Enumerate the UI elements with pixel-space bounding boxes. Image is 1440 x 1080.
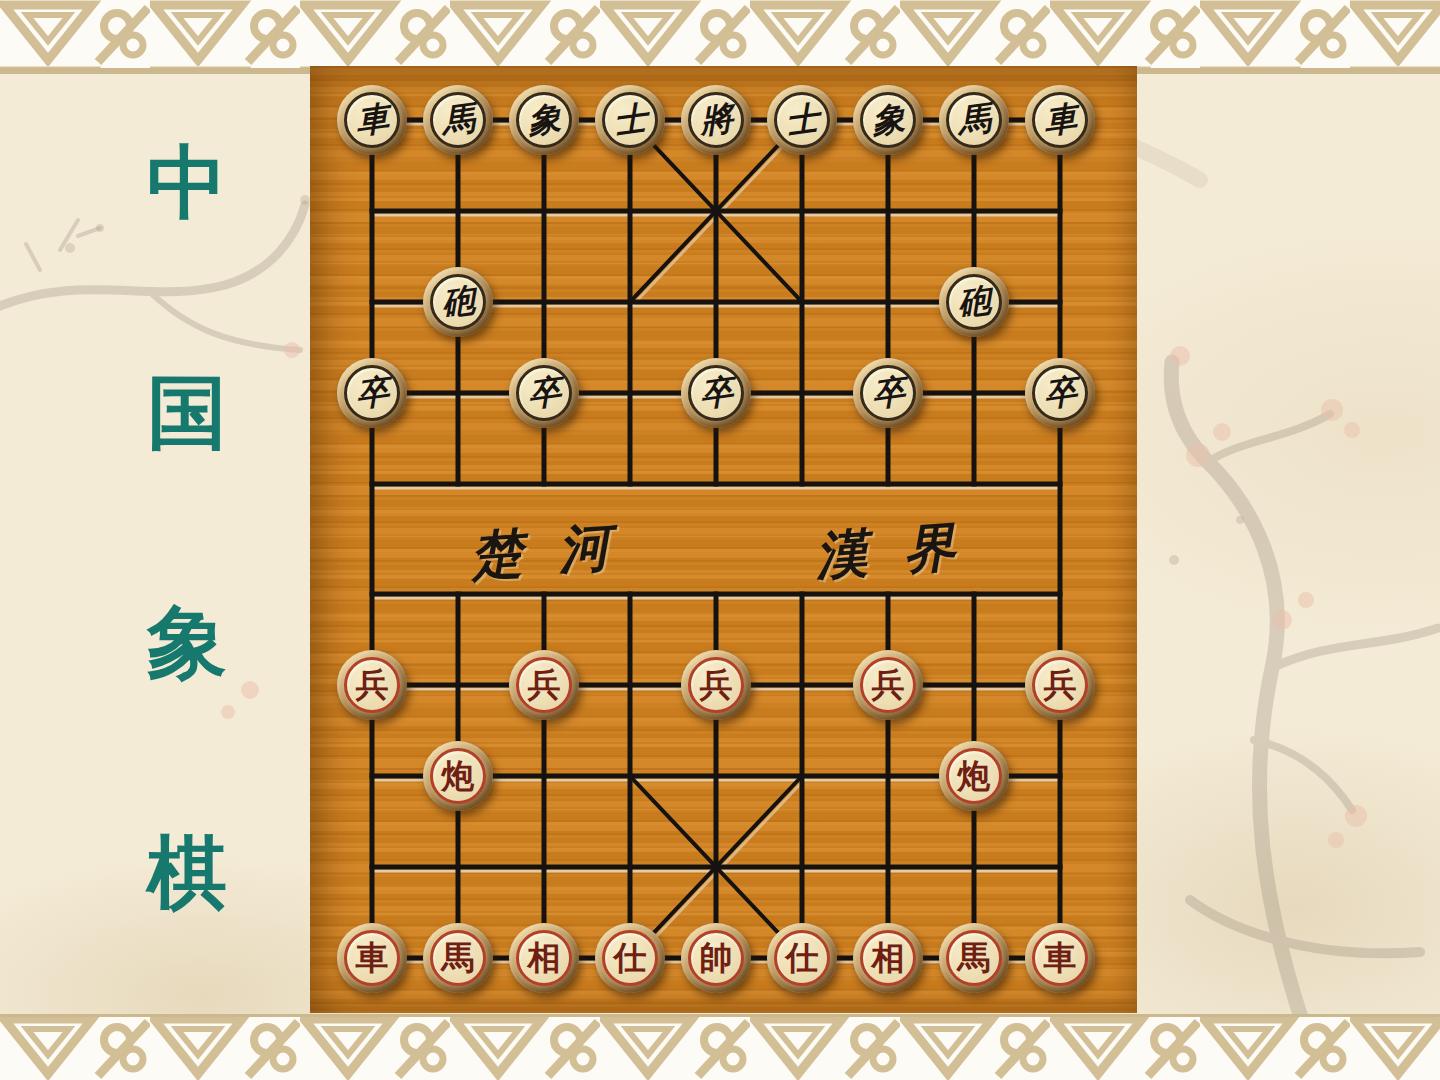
red-piece-仕[interactable]: 仕 — [767, 923, 837, 993]
red-piece-炮[interactable]: 炮 — [939, 741, 1009, 811]
xiangqi-board: 楚河 漢界 車馬象士將士象馬車砲砲卒卒卒卒卒兵兵兵兵兵炮炮車馬相仕帥仕相馬車 — [310, 66, 1137, 1013]
red-piece-兵[interactable]: 兵 — [681, 650, 751, 720]
piece-glyph: 卒 — [1043, 374, 1078, 412]
black-piece-車[interactable]: 車 — [1025, 85, 1095, 155]
black-piece-馬[interactable]: 馬 — [939, 85, 1009, 155]
piece-face: 卒 — [516, 365, 572, 421]
piece-glyph: 卒 — [699, 374, 734, 412]
black-piece-車[interactable]: 車 — [337, 85, 407, 155]
piece-face: 卒 — [688, 365, 744, 421]
piece-face: 兵 — [688, 657, 744, 713]
piece-face: 車 — [1032, 930, 1088, 986]
piece-glyph: 炮 — [442, 760, 475, 793]
piece-face: 士 — [602, 92, 658, 148]
title-char-zhong: 中 — [145, 143, 229, 223]
piece-face: 炮 — [430, 748, 486, 804]
piece-glyph: 馬 — [441, 101, 476, 139]
piece-glyph: 車 — [1044, 942, 1077, 975]
piece-glyph: 砲 — [957, 283, 992, 321]
red-piece-帥[interactable]: 帥 — [681, 923, 751, 993]
bottom-border-pattern — [0, 1014, 1440, 1080]
title-char-guo: 国 — [145, 373, 229, 453]
piece-face: 車 — [344, 92, 400, 148]
piece-face: 仕 — [774, 930, 830, 986]
piece-glyph: 馬 — [958, 942, 991, 975]
piece-face: 馬 — [430, 930, 486, 986]
piece-glyph: 象 — [871, 101, 906, 139]
red-piece-相[interactable]: 相 — [509, 923, 579, 993]
black-piece-士[interactable]: 士 — [595, 85, 665, 155]
piece-face: 車 — [1032, 92, 1088, 148]
piece-glyph: 馬 — [442, 942, 475, 975]
piece-face: 卒 — [344, 365, 400, 421]
piece-glyph: 卒 — [527, 374, 562, 412]
piece-glyph: 車 — [356, 942, 389, 975]
piece-glyph: 馬 — [957, 101, 992, 139]
piece-glyph: 砲 — [441, 283, 476, 321]
piece-glyph: 象 — [527, 101, 562, 139]
board-grid-lines — [310, 66, 1137, 1013]
piece-face: 卒 — [860, 365, 916, 421]
piece-face: 馬 — [946, 92, 1002, 148]
piece-face: 車 — [344, 930, 400, 986]
black-piece-砲[interactable]: 砲 — [939, 267, 1009, 337]
piece-glyph: 仕 — [614, 942, 647, 975]
piece-face: 士 — [774, 92, 830, 148]
black-piece-象[interactable]: 象 — [853, 85, 923, 155]
river-label-han-jie: 漢界 — [813, 510, 993, 582]
red-piece-兵[interactable]: 兵 — [337, 650, 407, 720]
black-piece-卒[interactable]: 卒 — [853, 358, 923, 428]
piece-face: 將 — [688, 92, 744, 148]
piece-face: 相 — [516, 930, 572, 986]
piece-glyph: 相 — [872, 942, 905, 975]
black-piece-卒[interactable]: 卒 — [337, 358, 407, 428]
red-piece-車[interactable]: 車 — [337, 923, 407, 993]
black-piece-將[interactable]: 將 — [681, 85, 751, 155]
red-piece-馬[interactable]: 馬 — [939, 923, 1009, 993]
piece-face: 砲 — [946, 274, 1002, 330]
piece-glyph: 仕 — [786, 942, 819, 975]
piece-face: 砲 — [430, 274, 486, 330]
piece-glyph: 士 — [785, 101, 820, 139]
piece-face: 兵 — [860, 657, 916, 713]
red-piece-相[interactable]: 相 — [853, 923, 923, 993]
black-piece-馬[interactable]: 馬 — [423, 85, 493, 155]
black-piece-卒[interactable]: 卒 — [681, 358, 751, 428]
title-char-qi: 棋 — [145, 833, 229, 913]
piece-face: 卒 — [1032, 365, 1088, 421]
red-piece-兵[interactable]: 兵 — [853, 650, 923, 720]
piece-glyph: 兵 — [528, 669, 561, 702]
piece-glyph: 帥 — [700, 942, 733, 975]
piece-glyph: 兵 — [356, 669, 389, 702]
piece-glyph: 兵 — [700, 669, 733, 702]
piece-glyph: 兵 — [872, 669, 905, 702]
piece-face: 炮 — [946, 748, 1002, 804]
black-piece-卒[interactable]: 卒 — [509, 358, 579, 428]
piece-face: 帥 — [688, 930, 744, 986]
piece-glyph: 炮 — [958, 760, 991, 793]
piece-glyph: 卒 — [871, 374, 906, 412]
piece-face: 馬 — [946, 930, 1002, 986]
red-piece-炮[interactable]: 炮 — [423, 741, 493, 811]
red-piece-車[interactable]: 車 — [1025, 923, 1095, 993]
title-char-xiang: 象 — [145, 603, 229, 683]
piece-glyph: 卒 — [355, 374, 390, 412]
piece-face: 兵 — [1032, 657, 1088, 713]
piece-glyph: 士 — [613, 101, 648, 139]
black-piece-士[interactable]: 士 — [767, 85, 837, 155]
piece-face: 兵 — [344, 657, 400, 713]
red-piece-兵[interactable]: 兵 — [509, 650, 579, 720]
piece-face: 馬 — [430, 92, 486, 148]
piece-glyph: 車 — [1043, 101, 1078, 139]
black-piece-砲[interactable]: 砲 — [423, 267, 493, 337]
piece-glyph: 車 — [355, 101, 390, 139]
black-piece-卒[interactable]: 卒 — [1025, 358, 1095, 428]
piece-glyph: 兵 — [1044, 669, 1077, 702]
piece-glyph: 將 — [699, 101, 734, 139]
piece-face: 象 — [516, 92, 572, 148]
red-piece-兵[interactable]: 兵 — [1025, 650, 1095, 720]
piece-face: 相 — [860, 930, 916, 986]
piece-face: 仕 — [602, 930, 658, 986]
black-piece-象[interactable]: 象 — [509, 85, 579, 155]
piece-glyph: 相 — [528, 942, 561, 975]
red-piece-仕[interactable]: 仕 — [595, 923, 665, 993]
piece-face: 象 — [860, 92, 916, 148]
slide-title-vertical: 中 国 象 棋 — [145, 143, 229, 913]
river-label-chu-he: 楚河 — [468, 510, 648, 582]
piece-face: 兵 — [516, 657, 572, 713]
red-piece-馬[interactable]: 馬 — [423, 923, 493, 993]
top-border-pattern — [0, 0, 1440, 74]
